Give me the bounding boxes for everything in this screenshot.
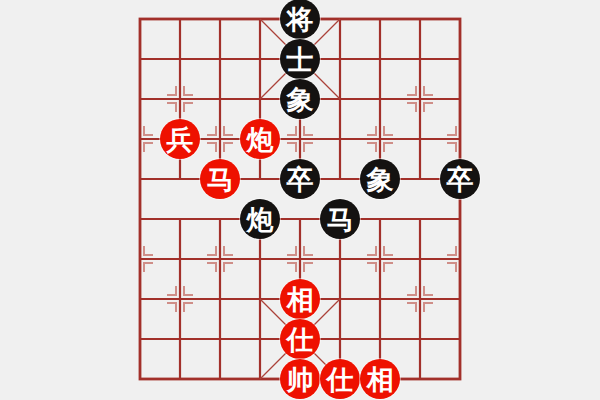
piece-black-cannon[interactable]: 炮 bbox=[240, 199, 280, 239]
piece-black-soldier-2[interactable]: 卒 bbox=[440, 159, 480, 199]
piece-black-elephant-1[interactable]: 象 bbox=[280, 79, 320, 119]
piece-red-elephant-2[interactable]: 相 bbox=[360, 359, 400, 399]
piece-black-advisor[interactable]: 士 bbox=[280, 39, 320, 79]
piece-red-general[interactable]: 帅 bbox=[280, 359, 320, 399]
pieces-layer: 将士象兵炮马卒象卒炮马相仕帅仕相 bbox=[120, 0, 480, 399]
piece-red-horse[interactable]: 马 bbox=[200, 159, 240, 199]
xiangqi-screenshot: 将士象兵炮马卒象卒炮马相仕帅仕相 bbox=[0, 0, 600, 400]
piece-red-advisor-2[interactable]: 仕 bbox=[320, 359, 360, 399]
piece-red-advisor-1[interactable]: 仕 bbox=[280, 319, 320, 359]
piece-black-soldier-1[interactable]: 卒 bbox=[280, 159, 320, 199]
piece-black-general[interactable]: 将 bbox=[280, 0, 320, 39]
piece-red-soldier[interactable]: 兵 bbox=[160, 119, 200, 159]
piece-red-elephant-1[interactable]: 相 bbox=[280, 279, 320, 319]
piece-red-cannon[interactable]: 炮 bbox=[240, 119, 280, 159]
piece-black-horse[interactable]: 马 bbox=[320, 199, 360, 239]
piece-black-elephant-2[interactable]: 象 bbox=[360, 159, 400, 199]
